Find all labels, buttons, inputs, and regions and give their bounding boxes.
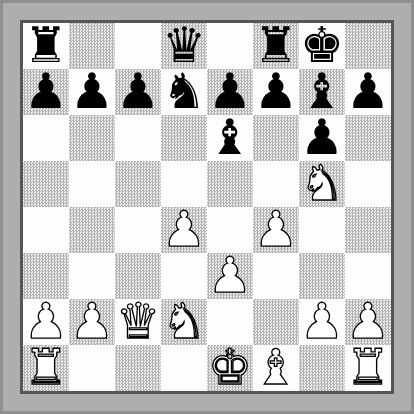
square-c6[interactable] <box>115 115 161 161</box>
square-h5[interactable] <box>345 161 391 207</box>
square-h1[interactable]: ♜ <box>345 345 391 391</box>
board-frame: ♜♛♜♚♟♟♟♞♟♟♝♟♝♟♞♟♟♟♟♟♛♞♟♟♜♚♝♜ <box>0 0 414 414</box>
white-knight-icon: ♞ <box>299 161 345 207</box>
square-a6[interactable] <box>23 115 69 161</box>
square-b7[interactable]: ♟ <box>69 69 115 115</box>
square-b4[interactable] <box>69 207 115 253</box>
square-d7[interactable]: ♞ <box>161 69 207 115</box>
white-knight-icon: ♞ <box>161 299 207 345</box>
square-b6[interactable] <box>69 115 115 161</box>
square-f6[interactable] <box>253 115 299 161</box>
square-f7[interactable]: ♟ <box>253 69 299 115</box>
white-pawn-icon: ♟ <box>299 299 345 345</box>
white-pawn-icon: ♟ <box>69 299 115 345</box>
white-rook-icon: ♜ <box>23 345 69 391</box>
square-a5[interactable] <box>23 161 69 207</box>
white-pawn-icon: ♟ <box>253 207 299 253</box>
square-a7[interactable]: ♟ <box>23 69 69 115</box>
square-e6[interactable]: ♝ <box>207 115 253 161</box>
black-knight-icon: ♞ <box>161 69 207 115</box>
square-b5[interactable] <box>69 161 115 207</box>
square-g5[interactable]: ♞ <box>299 161 345 207</box>
square-g1[interactable] <box>299 345 345 391</box>
chess-board: ♜♛♜♚♟♟♟♞♟♟♝♟♝♟♞♟♟♟♟♟♛♞♟♟♜♚♝♜ <box>20 20 394 394</box>
black-pawn-icon: ♟ <box>115 69 161 115</box>
square-g4[interactable] <box>299 207 345 253</box>
white-pawn-icon: ♟ <box>161 207 207 253</box>
square-h4[interactable] <box>345 207 391 253</box>
square-e5[interactable] <box>207 161 253 207</box>
square-h7[interactable]: ♟ <box>345 69 391 115</box>
square-d1[interactable] <box>161 345 207 391</box>
black-pawn-icon: ♟ <box>69 69 115 115</box>
square-c1[interactable] <box>115 345 161 391</box>
black-bishop-icon: ♝ <box>207 115 253 161</box>
black-pawn-icon: ♟ <box>253 69 299 115</box>
square-c2[interactable]: ♛ <box>115 299 161 345</box>
square-b2[interactable]: ♟ <box>69 299 115 345</box>
white-pawn-icon: ♟ <box>207 253 253 299</box>
black-pawn-icon: ♟ <box>23 69 69 115</box>
square-d4[interactable]: ♟ <box>161 207 207 253</box>
black-pawn-icon: ♟ <box>345 69 391 115</box>
square-e3[interactable]: ♟ <box>207 253 253 299</box>
white-king-icon: ♚ <box>207 345 253 391</box>
square-g2[interactable]: ♟ <box>299 299 345 345</box>
square-c5[interactable] <box>115 161 161 207</box>
square-c7[interactable]: ♟ <box>115 69 161 115</box>
square-f4[interactable]: ♟ <box>253 207 299 253</box>
square-e1[interactable]: ♚ <box>207 345 253 391</box>
square-f1[interactable]: ♝ <box>253 345 299 391</box>
square-c4[interactable] <box>115 207 161 253</box>
square-d2[interactable]: ♞ <box>161 299 207 345</box>
square-h6[interactable] <box>345 115 391 161</box>
white-bishop-icon: ♝ <box>253 345 299 391</box>
square-a1[interactable]: ♜ <box>23 345 69 391</box>
square-d6[interactable] <box>161 115 207 161</box>
white-rook-icon: ♜ <box>345 345 391 391</box>
square-b1[interactable] <box>69 345 115 391</box>
white-queen-icon: ♛ <box>115 299 161 345</box>
square-a4[interactable] <box>23 207 69 253</box>
square-f3[interactable] <box>253 253 299 299</box>
